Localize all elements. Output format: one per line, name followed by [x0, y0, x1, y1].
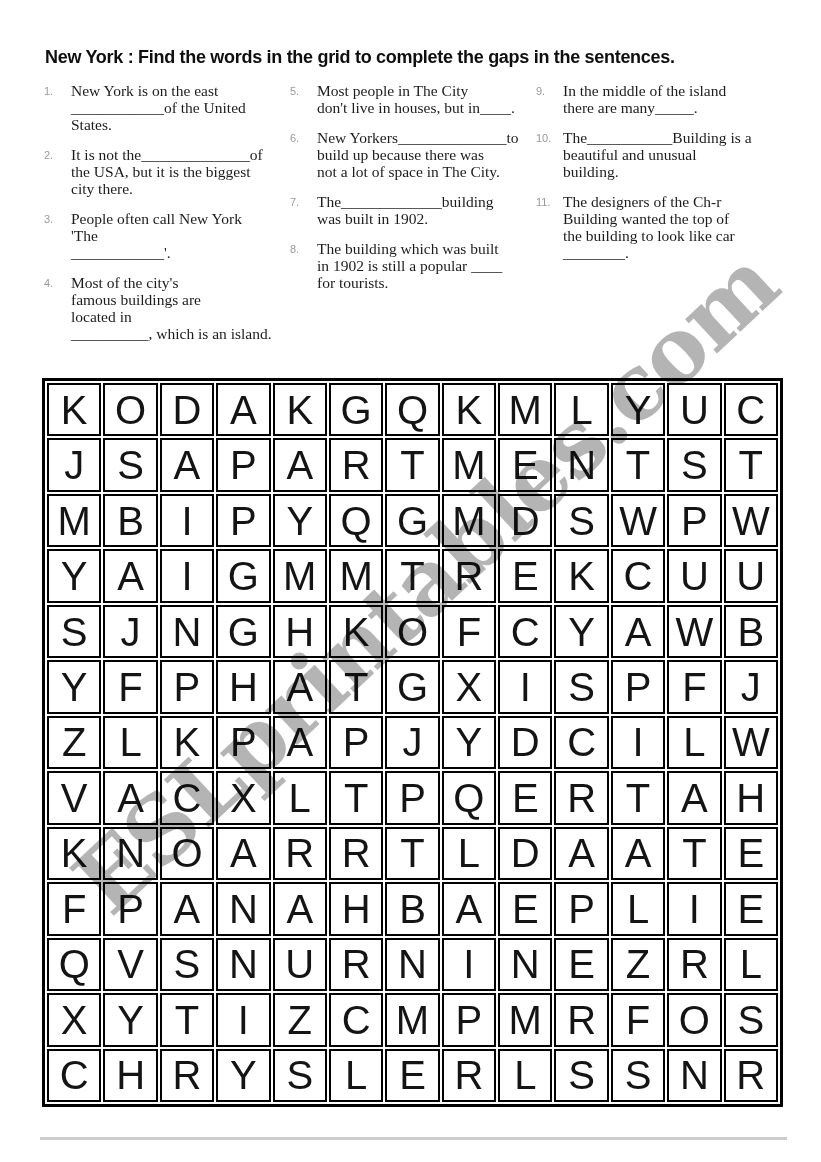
grid-cell: S	[47, 605, 101, 658]
page-title: New York : Find the words in the grid to…	[45, 47, 805, 68]
grid-cell: D	[160, 383, 214, 436]
grid-cell: S	[554, 1049, 608, 1102]
grid-cell: P	[442, 993, 496, 1046]
word-search-grid: KODAKGQKMLYUCJSAPARTMENTSTMBIPYQGMDSWPWY…	[42, 378, 783, 1107]
grid-cell: K	[160, 716, 214, 769]
grid-cell: P	[329, 716, 383, 769]
grid-cell: K	[47, 827, 101, 880]
grid-cell: P	[160, 660, 214, 713]
grid-cell: F	[611, 993, 665, 1046]
grid-cell: Z	[273, 993, 327, 1046]
grid-cell: P	[216, 438, 270, 491]
grid-cell: P	[216, 494, 270, 547]
grid-cell: R	[329, 938, 383, 991]
grid-cell: S	[554, 494, 608, 547]
grid-cell: A	[273, 660, 327, 713]
grid-cell: X	[442, 660, 496, 713]
sentence-number: 3.	[44, 210, 65, 261]
grid-cell: T	[611, 438, 665, 491]
grid-cell: J	[103, 605, 157, 658]
grid-cell: T	[385, 549, 439, 602]
grid-cell: Z	[47, 716, 101, 769]
grid-cell: J	[47, 438, 101, 491]
grid-cell: W	[611, 494, 665, 547]
sentence-text: New Yorkers______________to build up bec…	[317, 129, 519, 180]
grid-cell: R	[442, 549, 496, 602]
grid-cell: E	[498, 438, 552, 491]
sentence-item: 1.New York is on the east ____________of…	[44, 82, 290, 133]
sentence-text: In the middle of the island there are ma…	[563, 82, 726, 116]
grid-cell: I	[442, 938, 496, 991]
grid-cell: A	[554, 827, 608, 880]
grid-cell: U	[667, 549, 721, 602]
grid-cell: R	[667, 938, 721, 991]
grid-cell: P	[385, 771, 439, 824]
sentence-text: People often call New York 'The ________…	[71, 210, 242, 261]
sentence-number: 6.	[290, 129, 311, 180]
grid-cell: Y	[103, 993, 157, 1046]
sentence-item: 3.People often call New York 'The ______…	[44, 210, 290, 261]
grid-cell: I	[667, 882, 721, 935]
grid-cell: A	[273, 716, 327, 769]
grid-cell: T	[160, 993, 214, 1046]
grid-cell: M	[498, 383, 552, 436]
grid-cell: A	[216, 827, 270, 880]
grid-cell: E	[498, 882, 552, 935]
grid-cell: C	[611, 549, 665, 602]
grid-cell: O	[160, 827, 214, 880]
grid-cell: A	[103, 771, 157, 824]
grid-cell: P	[216, 716, 270, 769]
grid-cell: K	[554, 549, 608, 602]
grid-cell: V	[47, 771, 101, 824]
grid-cell: K	[273, 383, 327, 436]
grid-cell: P	[667, 494, 721, 547]
sentence-number: 5.	[290, 82, 311, 116]
grid-cell: D	[498, 827, 552, 880]
grid-cell: A	[273, 882, 327, 935]
grid-cell: H	[273, 605, 327, 658]
grid-cell: N	[498, 938, 552, 991]
grid-cell: Y	[273, 494, 327, 547]
grid-cell: A	[611, 827, 665, 880]
grid-cell: S	[667, 438, 721, 491]
grid-cell: L	[103, 716, 157, 769]
sentence-text: The designers of the Ch-r Building wante…	[563, 193, 735, 261]
grid-cell: C	[47, 1049, 101, 1102]
grid-cell: Y	[611, 383, 665, 436]
grid-cell: L	[724, 938, 778, 991]
grid-cell: M	[442, 438, 496, 491]
sentence-text: Most people in The City don't live in ho…	[317, 82, 515, 116]
grid-cell: G	[216, 605, 270, 658]
grid-cell: M	[442, 494, 496, 547]
grid-cell: N	[667, 1049, 721, 1102]
grid-cell: G	[385, 660, 439, 713]
grid-cell: U	[667, 383, 721, 436]
grid-cell: A	[160, 882, 214, 935]
grid-cell: T	[667, 827, 721, 880]
sentence-item: 6.New Yorkers______________to build up b…	[290, 129, 536, 180]
sentence-item: 10.The___________Building is a beautiful…	[536, 129, 812, 180]
grid-cell: L	[442, 827, 496, 880]
grid-cell: E	[498, 549, 552, 602]
grid-cell: R	[273, 827, 327, 880]
grid-cell: N	[216, 882, 270, 935]
sentence-number: 10.	[536, 129, 557, 180]
grid-cell: U	[273, 938, 327, 991]
grid-cell: F	[667, 660, 721, 713]
grid-cell: R	[554, 993, 608, 1046]
grid-cell: C	[160, 771, 214, 824]
grid-cell: S	[160, 938, 214, 991]
sentence-number: 4.	[44, 274, 65, 342]
grid-cell: H	[329, 882, 383, 935]
grid-cell: H	[724, 771, 778, 824]
grid-cell: B	[385, 882, 439, 935]
grid-cell: I	[498, 660, 552, 713]
grid-cell: Q	[329, 494, 383, 547]
grid-cell: L	[667, 716, 721, 769]
grid-cell: E	[498, 771, 552, 824]
sentence-item: 5.Most people in The City don't live in …	[290, 82, 536, 116]
sentence-item: 7.The_____________building was built in …	[290, 193, 536, 227]
grid-cell: G	[385, 494, 439, 547]
sentence-number: 9.	[536, 82, 557, 116]
grid-cell: W	[724, 716, 778, 769]
grid-cell: R	[329, 827, 383, 880]
sentence-number: 7.	[290, 193, 311, 227]
grid-cell: A	[216, 383, 270, 436]
grid-cell: T	[385, 827, 439, 880]
grid-cell: M	[385, 993, 439, 1046]
grid-cell: E	[554, 938, 608, 991]
sentence-text: The_____________building was built in 19…	[317, 193, 494, 227]
grid-cell: C	[554, 716, 608, 769]
grid-cell: V	[103, 938, 157, 991]
grid-cell: P	[103, 882, 157, 935]
footer-divider	[40, 1137, 787, 1140]
grid-cell: M	[47, 494, 101, 547]
sentence-number: 1.	[44, 82, 65, 133]
sentence-text: The building which was built in 1902 is …	[317, 240, 502, 291]
sentence-columns: 1.New York is on the east ____________of…	[44, 82, 812, 355]
grid-cell: A	[103, 549, 157, 602]
grid-cell: M	[498, 993, 552, 1046]
grid-cell: N	[160, 605, 214, 658]
sentence-item: 2.It is not the______________of the USA,…	[44, 146, 290, 197]
grid-cell: E	[724, 827, 778, 880]
grid-cell: A	[667, 771, 721, 824]
grid-cell: Y	[47, 549, 101, 602]
grid-cell: P	[611, 660, 665, 713]
sentence-column-2: 5.Most people in The City don't live in …	[290, 82, 536, 355]
grid-cell: D	[498, 494, 552, 547]
grid-cell: T	[385, 438, 439, 491]
grid-cell: N	[554, 438, 608, 491]
sentence-text: New York is on the east ____________of t…	[71, 82, 246, 133]
sentence-column-3: 9.In the middle of the island there are …	[536, 82, 812, 355]
grid-cell: W	[667, 605, 721, 658]
grid-cell: I	[216, 993, 270, 1046]
grid-cell: T	[329, 660, 383, 713]
grid-cell: S	[554, 660, 608, 713]
grid-cell: N	[385, 938, 439, 991]
grid-cell: U	[724, 549, 778, 602]
grid-cell: Q	[385, 383, 439, 436]
grid-cell: R	[724, 1049, 778, 1102]
grid-cell: A	[442, 882, 496, 935]
grid-cell: B	[724, 605, 778, 658]
grid-cell: J	[385, 716, 439, 769]
grid-cell: O	[385, 605, 439, 658]
grid-cell: R	[160, 1049, 214, 1102]
grid-cell: I	[611, 716, 665, 769]
sentence-column-1: 1.New York is on the east ____________of…	[44, 82, 290, 355]
grid-cell: A	[160, 438, 214, 491]
grid-cell: F	[103, 660, 157, 713]
grid-cell: L	[498, 1049, 552, 1102]
grid-cell: O	[667, 993, 721, 1046]
grid-cell: C	[498, 605, 552, 658]
grid-cell: Y	[47, 660, 101, 713]
grid-cell: Y	[554, 605, 608, 658]
word-search-grid-cells: KODAKGQKMLYUCJSAPARTMENTSTMBIPYQGMDSWPWY…	[47, 383, 778, 1102]
grid-cell: G	[216, 549, 270, 602]
grid-cell: F	[47, 882, 101, 935]
sentence-number: 8.	[290, 240, 311, 291]
grid-cell: L	[273, 771, 327, 824]
grid-cell: Y	[216, 1049, 270, 1102]
grid-cell: L	[611, 882, 665, 935]
sentence-text: It is not the______________of the USA, b…	[71, 146, 263, 197]
grid-cell: F	[442, 605, 496, 658]
sentence-text: The___________Building is a beautiful an…	[563, 129, 752, 180]
grid-cell: S	[273, 1049, 327, 1102]
grid-cell: T	[724, 438, 778, 491]
grid-cell: M	[273, 549, 327, 602]
grid-cell: A	[611, 605, 665, 658]
grid-cell: T	[611, 771, 665, 824]
grid-cell: P	[554, 882, 608, 935]
grid-cell: S	[724, 993, 778, 1046]
grid-cell: C	[329, 993, 383, 1046]
grid-cell: X	[47, 993, 101, 1046]
sentence-number: 2.	[44, 146, 65, 197]
sentence-item: 4.Most of the city's famous buildings ar…	[44, 274, 290, 342]
grid-cell: K	[329, 605, 383, 658]
grid-cell: E	[385, 1049, 439, 1102]
sentence-item: 11.The designers of the Ch-r Building wa…	[536, 193, 812, 261]
grid-cell: Y	[442, 716, 496, 769]
grid-cell: K	[47, 383, 101, 436]
grid-cell: W	[724, 494, 778, 547]
grid-cell: S	[611, 1049, 665, 1102]
grid-cell: Z	[611, 938, 665, 991]
sentence-text: Most of the city's famous buildings are …	[71, 274, 272, 342]
grid-cell: E	[724, 882, 778, 935]
sentence-number: 11.	[536, 193, 557, 261]
grid-cell: I	[160, 549, 214, 602]
grid-cell: A	[273, 438, 327, 491]
grid-cell: N	[216, 938, 270, 991]
grid-cell: X	[216, 771, 270, 824]
grid-cell: T	[329, 771, 383, 824]
grid-cell: R	[442, 1049, 496, 1102]
grid-cell: Q	[47, 938, 101, 991]
grid-cell: H	[216, 660, 270, 713]
grid-cell: B	[103, 494, 157, 547]
grid-cell: H	[103, 1049, 157, 1102]
sentence-item: 8.The building which was built in 1902 i…	[290, 240, 536, 291]
grid-cell: C	[724, 383, 778, 436]
grid-cell: O	[103, 383, 157, 436]
grid-cell: I	[160, 494, 214, 547]
sentence-item: 9.In the middle of the island there are …	[536, 82, 812, 116]
grid-cell: G	[329, 383, 383, 436]
grid-cell: L	[329, 1049, 383, 1102]
grid-cell: Q	[442, 771, 496, 824]
grid-cell: L	[554, 383, 608, 436]
grid-cell: R	[329, 438, 383, 491]
grid-cell: N	[103, 827, 157, 880]
grid-cell: M	[329, 549, 383, 602]
grid-cell: D	[498, 716, 552, 769]
grid-cell: S	[103, 438, 157, 491]
grid-cell: K	[442, 383, 496, 436]
grid-cell: R	[554, 771, 608, 824]
grid-cell: J	[724, 660, 778, 713]
